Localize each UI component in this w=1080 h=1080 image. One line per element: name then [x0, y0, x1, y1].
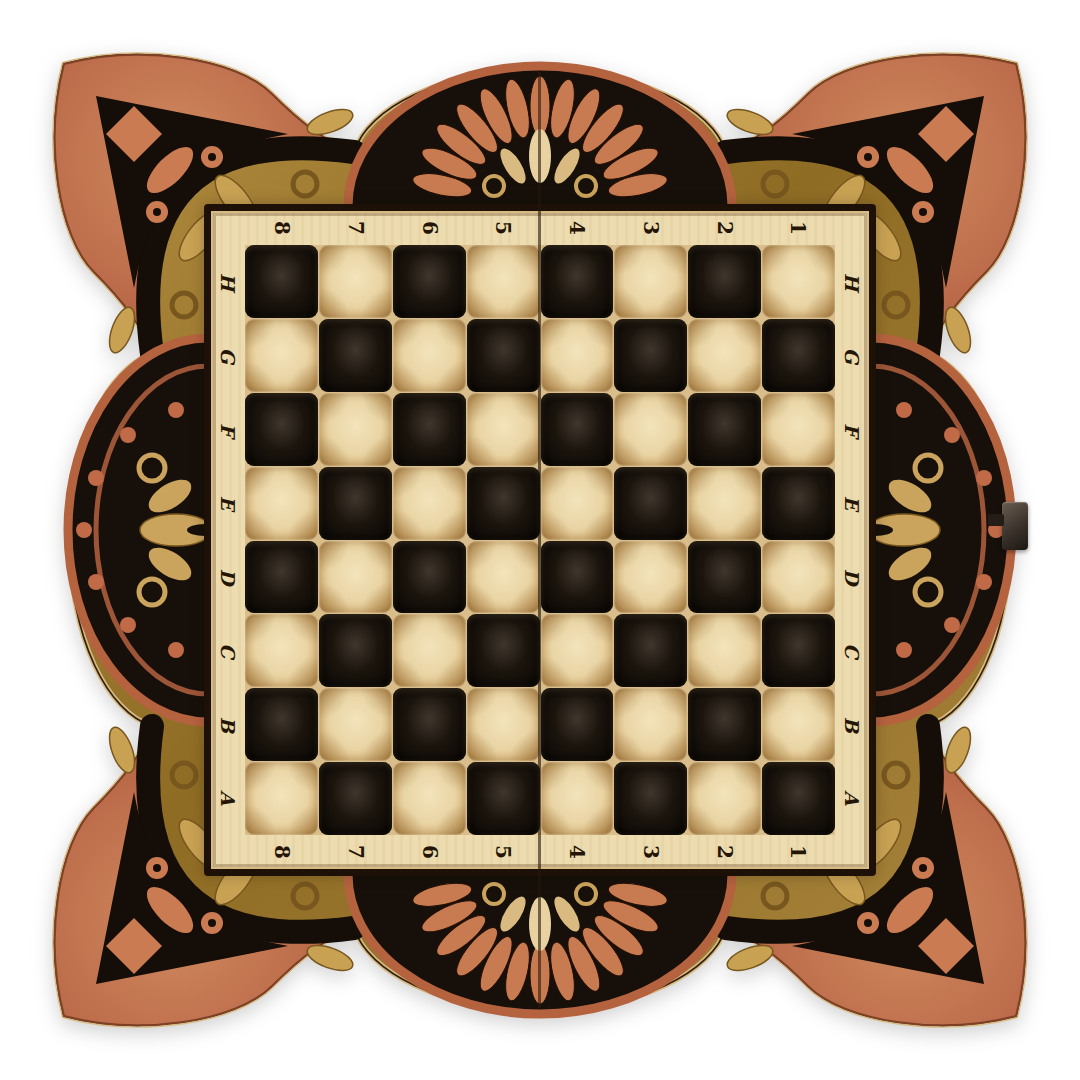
file-label-5: 5 — [486, 191, 520, 265]
square-c6[interactable] — [393, 614, 466, 687]
rank-label-f: F — [191, 412, 265, 446]
file-label-5: 5 — [486, 815, 520, 889]
rank-label-b: B — [191, 707, 265, 741]
square-b6[interactable] — [393, 688, 466, 761]
rank-label-c: C — [815, 634, 889, 668]
file-label-6: 6 — [412, 191, 446, 265]
square-c4[interactable] — [541, 614, 614, 687]
square-d2[interactable] — [688, 541, 761, 614]
file-label-2: 2 — [707, 191, 741, 265]
file-label-4: 4 — [560, 191, 594, 265]
square-e3[interactable] — [614, 467, 687, 540]
square-f3[interactable] — [614, 393, 687, 466]
clasp-hinge-arm — [988, 514, 1004, 526]
file-label-8: 8 — [265, 815, 299, 889]
square-b5[interactable] — [467, 688, 540, 761]
file-label-7: 7 — [339, 815, 373, 889]
rank-label-a: A — [815, 781, 889, 815]
file-label-1: 1 — [781, 191, 815, 265]
metal-clasp — [1002, 502, 1028, 550]
fold-seam — [538, 72, 541, 1008]
square-c2[interactable] — [688, 614, 761, 687]
square-g4[interactable] — [541, 319, 614, 392]
square-b2[interactable] — [688, 688, 761, 761]
square-g5[interactable] — [467, 319, 540, 392]
square-d4[interactable] — [541, 541, 614, 614]
rank-label-d: D — [815, 560, 889, 594]
square-e5[interactable] — [467, 467, 540, 540]
file-label-3: 3 — [634, 815, 668, 889]
square-f2[interactable] — [688, 393, 761, 466]
file-label-7: 7 — [339, 191, 373, 265]
file-label-2: 2 — [707, 815, 741, 889]
rank-label-g: G — [191, 339, 265, 373]
square-b7[interactable] — [319, 688, 392, 761]
square-g7[interactable] — [319, 319, 392, 392]
square-g3[interactable] — [614, 319, 687, 392]
square-d6[interactable] — [393, 541, 466, 614]
square-d3[interactable] — [614, 541, 687, 614]
square-f5[interactable] — [467, 393, 540, 466]
file-label-4: 4 — [560, 815, 594, 889]
rank-label-h: H — [191, 265, 265, 299]
square-g6[interactable] — [393, 319, 466, 392]
rank-label-g: G — [815, 339, 889, 373]
square-c7[interactable] — [319, 614, 392, 687]
file-label-6: 6 — [412, 815, 446, 889]
square-e7[interactable] — [319, 467, 392, 540]
square-c5[interactable] — [467, 614, 540, 687]
square-b3[interactable] — [614, 688, 687, 761]
square-b4[interactable] — [541, 688, 614, 761]
square-f6[interactable] — [393, 393, 466, 466]
rank-label-b: B — [815, 707, 889, 741]
square-f4[interactable] — [541, 393, 614, 466]
square-e6[interactable] — [393, 467, 466, 540]
file-label-3: 3 — [634, 191, 668, 265]
rank-label-e: E — [815, 486, 889, 520]
rank-label-f: F — [815, 412, 889, 446]
square-d5[interactable] — [467, 541, 540, 614]
rank-label-c: C — [191, 634, 265, 668]
square-e4[interactable] — [541, 467, 614, 540]
rank-label-h: H — [815, 265, 889, 299]
carved-chessboard-photo: 87654321 87654321 HGFEDCBA HGFEDCBA — [0, 0, 1080, 1080]
file-label-1: 1 — [781, 815, 815, 889]
file-label-8: 8 — [265, 191, 299, 265]
rank-label-d: D — [191, 560, 265, 594]
square-d7[interactable] — [319, 541, 392, 614]
square-c3[interactable] — [614, 614, 687, 687]
rank-label-e: E — [191, 486, 265, 520]
square-f7[interactable] — [319, 393, 392, 466]
rank-label-a: A — [191, 781, 265, 815]
square-e2[interactable] — [688, 467, 761, 540]
rank-labels-right: HGFEDCBA — [835, 245, 869, 835]
rank-labels-left: HGFEDCBA — [211, 245, 245, 835]
square-g2[interactable] — [688, 319, 761, 392]
